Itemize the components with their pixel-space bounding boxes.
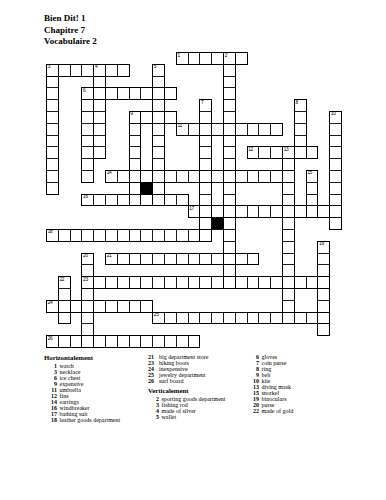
clue-item-number: 5 bbox=[146, 414, 159, 420]
clue-item-text: surf board bbox=[159, 378, 184, 384]
worksheet-title: Bien Dit! 1 Chapitre 7 Vocabulaire 2 bbox=[44, 13, 97, 48]
clue-item: 26surf board bbox=[146, 378, 226, 384]
clue-number: 13 bbox=[284, 147, 289, 152]
clue-item-text: wallet bbox=[162, 414, 177, 420]
grid-cell[interactable] bbox=[188, 335, 201, 348]
grid-cell[interactable] bbox=[199, 229, 212, 242]
clue-item-number: 22 bbox=[246, 408, 259, 414]
clue-number: 26 bbox=[48, 336, 53, 341]
clue-number: 21 bbox=[107, 253, 112, 258]
clue-number: 24 bbox=[48, 300, 53, 305]
clue-item: 5wallet bbox=[146, 414, 226, 420]
clue-number: 2 bbox=[225, 53, 227, 58]
down-header: Verticalement bbox=[148, 387, 226, 394]
title-line-3: Vocabulaire 2 bbox=[44, 36, 97, 48]
clue-number: 7 bbox=[201, 100, 203, 105]
across-header: Horizontalement bbox=[44, 354, 120, 361]
clue-item: 22made of gold bbox=[246, 408, 293, 414]
across-clues-list-continued: 21big department store23hiking boots24in… bbox=[146, 354, 226, 384]
clue-number: 25 bbox=[154, 312, 159, 317]
clue-number: 22 bbox=[59, 277, 64, 282]
clue-item-text: made of gold bbox=[262, 408, 294, 414]
clue-number: 14 bbox=[107, 170, 112, 175]
crossword-grid: 1234567891011121314151617181920212223242… bbox=[46, 52, 341, 347]
clue-number: 6 bbox=[83, 88, 85, 93]
clue-column-2: 21big department store23hiking boots24in… bbox=[146, 354, 226, 420]
clue-number: 12 bbox=[248, 147, 253, 152]
clue-number: 16 bbox=[83, 194, 88, 199]
clue-number: 23 bbox=[83, 277, 88, 282]
clue-number: 8 bbox=[295, 100, 297, 105]
clue-number: 17 bbox=[189, 206, 194, 211]
grid-cell[interactable] bbox=[58, 312, 71, 325]
clue-number: 15 bbox=[307, 170, 312, 175]
clue-number: 18 bbox=[48, 229, 53, 234]
grid-cell[interactable] bbox=[164, 87, 177, 100]
grid-cell[interactable] bbox=[329, 217, 342, 230]
clue-item-number: 18 bbox=[44, 417, 57, 423]
grid-cell[interactable] bbox=[306, 146, 319, 159]
grid-cell[interactable] bbox=[235, 52, 248, 65]
clue-column-3: 6gloves7coin purse8ring9belt10kite13divi… bbox=[246, 354, 293, 414]
clue-number: 5 bbox=[154, 64, 156, 69]
title-line-1: Bien Dit! 1 bbox=[44, 13, 97, 25]
clue-item-text: leather goods department bbox=[60, 417, 121, 423]
worksheet-page: { "game": "crossword", "title": {"line1"… bbox=[0, 0, 386, 500]
clue-number: 4 bbox=[95, 64, 97, 69]
clue-item-number: 26 bbox=[146, 378, 154, 384]
grid-cell[interactable] bbox=[81, 170, 94, 183]
clue-number: 10 bbox=[331, 111, 336, 116]
grid-cell[interactable] bbox=[46, 182, 59, 195]
grid-cell[interactable]: 7 bbox=[199, 99, 212, 112]
grid-cell[interactable] bbox=[247, 253, 260, 266]
grid-cell[interactable] bbox=[117, 64, 130, 77]
clue-number: 20 bbox=[83, 253, 88, 258]
title-line-2: Chapitre 7 bbox=[44, 25, 97, 37]
clue-number: 19 bbox=[319, 241, 324, 246]
grid-cell[interactable] bbox=[317, 323, 330, 336]
clue-item: 18leather goods department bbox=[44, 417, 120, 423]
across-clues-list: 1watch3necklace6ice chest9expensive11umb… bbox=[44, 363, 120, 423]
clue-column-1: Horizontalement 1watch3necklace6ice ches… bbox=[44, 354, 120, 423]
clue-number: 1 bbox=[177, 53, 179, 58]
clue-number: 3 bbox=[48, 64, 50, 69]
grid-cell[interactable] bbox=[270, 123, 283, 136]
down-clues-list-continued: 6gloves7coin purse8ring9belt10kite13divi… bbox=[246, 354, 293, 414]
grid-cell[interactable] bbox=[93, 146, 106, 159]
down-clues-list: 2sporting goods department3fishing rod4m… bbox=[146, 396, 226, 420]
clue-number: 9 bbox=[130, 111, 132, 116]
clue-number: 11 bbox=[177, 123, 181, 128]
